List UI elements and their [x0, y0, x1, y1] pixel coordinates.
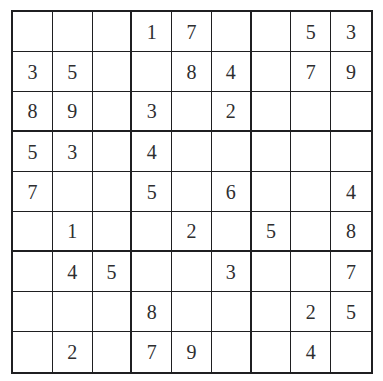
cell-r9c7[interactable]: [252, 332, 292, 372]
cell-r9c3[interactable]: [93, 332, 133, 372]
cell-r6c8[interactable]: [291, 212, 331, 252]
cell-r3c1[interactable]: 8: [13, 92, 53, 132]
cell-r1c6[interactable]: [212, 12, 252, 52]
cell-r1c9[interactable]: 3: [331, 12, 371, 52]
cell-r2c1[interactable]: 3: [13, 52, 53, 92]
cell-r6c5[interactable]: 2: [172, 212, 212, 252]
cell-r8c6[interactable]: [212, 292, 252, 332]
cell-r8c1[interactable]: [13, 292, 53, 332]
cell-r5c6[interactable]: 6: [212, 172, 252, 212]
cell-r4c5[interactable]: [172, 132, 212, 172]
cell-r4c3[interactable]: [93, 132, 133, 172]
cell-r9c5[interactable]: 9: [172, 332, 212, 372]
cell-r2c7[interactable]: [252, 52, 292, 92]
cell-r9c2[interactable]: 2: [53, 332, 93, 372]
cell-r3c9[interactable]: [331, 92, 371, 132]
cell-r1c8[interactable]: 5: [291, 12, 331, 52]
cell-r6c4[interactable]: [132, 212, 172, 252]
cell-r5c3[interactable]: [93, 172, 133, 212]
cell-r3c2[interactable]: 9: [53, 92, 93, 132]
cell-r7c6[interactable]: 3: [212, 252, 252, 292]
cell-r9c9[interactable]: [331, 332, 371, 372]
cell-r4c2[interactable]: 3: [53, 132, 93, 172]
cell-r5c5[interactable]: [172, 172, 212, 212]
cell-r3c5[interactable]: [172, 92, 212, 132]
cell-r2c5[interactable]: 8: [172, 52, 212, 92]
cell-r4c4[interactable]: 4: [132, 132, 172, 172]
cell-r3c4[interactable]: 3: [132, 92, 172, 132]
cell-r8c5[interactable]: [172, 292, 212, 332]
cell-r2c2[interactable]: 5: [53, 52, 93, 92]
cell-r7c4[interactable]: [132, 252, 172, 292]
cell-r9c6[interactable]: [212, 332, 252, 372]
cell-r4c6[interactable]: [212, 132, 252, 172]
cell-r8c7[interactable]: [252, 292, 292, 332]
cell-r2c8[interactable]: 7: [291, 52, 331, 92]
cell-r7c2[interactable]: 4: [53, 252, 93, 292]
cell-r3c6[interactable]: 2: [212, 92, 252, 132]
cell-r6c2[interactable]: 1: [53, 212, 93, 252]
cell-r9c1[interactable]: [13, 332, 53, 372]
cell-r2c3[interactable]: [93, 52, 133, 92]
cell-r3c7[interactable]: [252, 92, 292, 132]
cell-r7c7[interactable]: [252, 252, 292, 292]
cell-r6c7[interactable]: 5: [252, 212, 292, 252]
cell-r8c4[interactable]: 8: [132, 292, 172, 332]
cell-r8c9[interactable]: 5: [331, 292, 371, 332]
cell-r1c2[interactable]: [53, 12, 93, 52]
cell-r4c7[interactable]: [252, 132, 292, 172]
cell-r5c7[interactable]: [252, 172, 292, 212]
cell-r7c3[interactable]: 5: [93, 252, 133, 292]
cell-r8c3[interactable]: [93, 292, 133, 332]
cell-r6c3[interactable]: [93, 212, 133, 252]
cell-r5c8[interactable]: [291, 172, 331, 212]
cell-r7c1[interactable]: [13, 252, 53, 292]
cell-r3c3[interactable]: [93, 92, 133, 132]
cell-r6c9[interactable]: 8: [331, 212, 371, 252]
cell-r6c1[interactable]: [13, 212, 53, 252]
cell-r1c7[interactable]: [252, 12, 292, 52]
cell-r8c8[interactable]: 2: [291, 292, 331, 332]
cell-r8c2[interactable]: [53, 292, 93, 332]
cell-r1c4[interactable]: 1: [132, 12, 172, 52]
cell-r4c8[interactable]: [291, 132, 331, 172]
cell-r5c4[interactable]: 5: [132, 172, 172, 212]
cell-r5c1[interactable]: 7: [13, 172, 53, 212]
cell-r5c9[interactable]: 4: [331, 172, 371, 212]
cell-r5c2[interactable]: [53, 172, 93, 212]
cell-r7c9[interactable]: 7: [331, 252, 371, 292]
cell-r1c3[interactable]: [93, 12, 133, 52]
cell-r9c8[interactable]: 4: [291, 332, 331, 372]
cell-r1c1[interactable]: [13, 12, 53, 52]
cell-r1c5[interactable]: 7: [172, 12, 212, 52]
cell-r4c9[interactable]: [331, 132, 371, 172]
cell-r9c4[interactable]: 7: [132, 332, 172, 372]
cell-r2c4[interactable]: [132, 52, 172, 92]
cell-r6c6[interactable]: [212, 212, 252, 252]
sudoku-board: 175335847989325347564125845378252794: [11, 10, 373, 374]
cell-r3c8[interactable]: [291, 92, 331, 132]
cell-r4c1[interactable]: 5: [13, 132, 53, 172]
cell-r2c6[interactable]: 4: [212, 52, 252, 92]
cell-r2c9[interactable]: 9: [331, 52, 371, 92]
cell-r7c8[interactable]: [291, 252, 331, 292]
cell-r7c5[interactable]: [172, 252, 212, 292]
